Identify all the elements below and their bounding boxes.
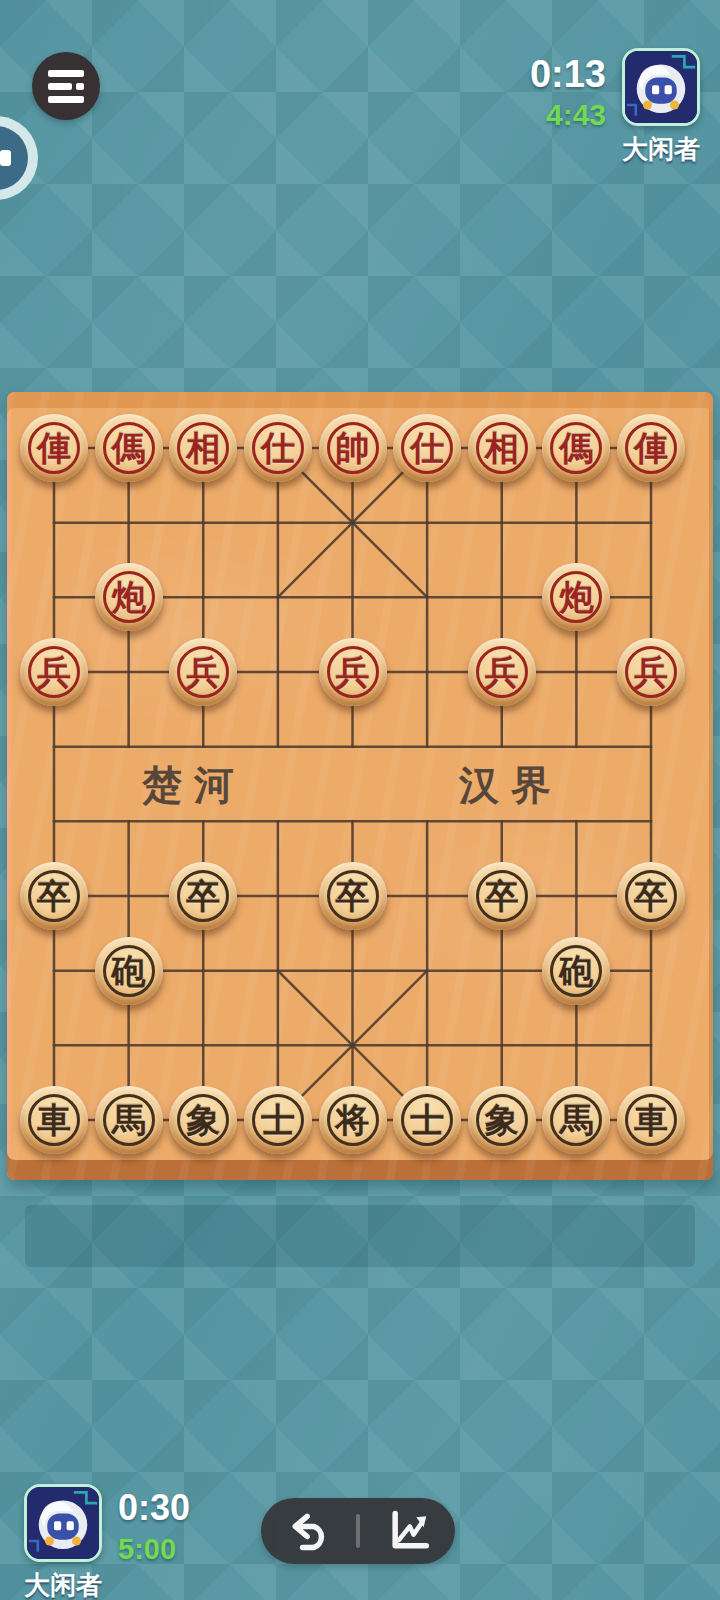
piece-red-soldier[interactable]: 兵 [20,638,88,706]
piece-glyph: 兵 [186,655,220,689]
piece-red-chariot[interactable]: 俥 [20,414,88,482]
piece-black-horse[interactable]: 馬 [542,1086,610,1154]
piece-glyph: 車 [37,1103,71,1137]
xiangqi-board[interactable]: 楚河 汉界 俥傌相仕帥仕相傌俥炮炮兵兵兵兵兵卒卒卒卒卒砲砲車馬象士将士象馬車 [7,392,713,1180]
piece-glyph: 将 [336,1103,370,1137]
menu-button[interactable] [32,52,100,120]
piece-glyph: 兵 [634,655,668,689]
piece-black-soldier[interactable]: 卒 [617,862,685,930]
robot-chat-icon [0,126,28,190]
analysis-button[interactable] [384,1507,432,1555]
piece-red-advisor[interactable]: 仕 [244,414,312,482]
piece-glyph: 卒 [37,879,71,913]
opponent-total-clock: 4:43 [530,98,606,132]
piece-red-horse[interactable]: 傌 [95,414,163,482]
opponent-move-clock: 0:13 [530,52,606,96]
piece-red-cannon[interactable]: 炮 [95,563,163,631]
controls-divider [356,1514,360,1548]
piece-glyph: 俥 [37,431,71,465]
piece-red-advisor[interactable]: 仕 [393,414,461,482]
opponent-info: 0:13 4:43 大闲者 [530,48,700,164]
piece-black-soldier[interactable]: 卒 [468,862,536,930]
piece-glyph: 傌 [112,431,146,465]
piece-black-cannon[interactable]: 砲 [95,937,163,1005]
piece-black-horse[interactable]: 馬 [95,1086,163,1154]
piece-glyph: 兵 [485,655,519,689]
piece-glyph: 馬 [559,1103,593,1137]
piece-glyph: 仕 [410,431,444,465]
piece-glyph: 相 [186,431,220,465]
river-label-left: 楚河 [142,758,246,813]
piece-glyph: 卒 [336,879,370,913]
piece-red-horse[interactable]: 傌 [542,414,610,482]
piece-red-elephant[interactable]: 相 [468,414,536,482]
piece-black-cannon[interactable]: 砲 [542,937,610,1005]
piece-glyph: 兵 [37,655,71,689]
piece-black-general[interactable]: 将 [319,1086,387,1154]
piece-glyph: 兵 [336,655,370,689]
piece-red-soldier[interactable]: 兵 [617,638,685,706]
undo-arrow-icon [287,1509,331,1553]
piece-glyph: 象 [186,1103,220,1137]
piece-glyph: 卒 [634,879,668,913]
piece-glyph: 士 [261,1103,295,1137]
player-avatar[interactable] [24,1484,102,1562]
piece-red-soldier[interactable]: 兵 [319,638,387,706]
piece-glyph: 炮 [559,580,593,614]
piece-black-elephant[interactable]: 象 [169,1086,237,1154]
piece-black-soldier[interactable]: 卒 [20,862,88,930]
board-drop-shadow [25,1205,695,1267]
piece-glyph: 砲 [559,954,593,988]
piece-black-soldier[interactable]: 卒 [319,862,387,930]
opponent-avatar[interactable] [622,48,700,126]
piece-black-chariot[interactable]: 車 [20,1086,88,1154]
game-controls [261,1498,455,1564]
piece-glyph: 砲 [112,954,146,988]
undo-button[interactable] [285,1507,333,1555]
piece-glyph: 相 [485,431,519,465]
player-move-clock: 0:30 [118,1486,190,1530]
piece-glyph: 士 [410,1103,444,1137]
piece-glyph: 車 [634,1103,668,1137]
hamburger-icon [48,70,84,103]
piece-black-soldier[interactable]: 卒 [169,862,237,930]
piece-black-advisor[interactable]: 士 [393,1086,461,1154]
piece-black-chariot[interactable]: 車 [617,1086,685,1154]
opponent-name: 大闲者 [622,134,700,164]
piece-red-soldier[interactable]: 兵 [468,638,536,706]
player-name: 大闲者 [24,1570,102,1600]
robot-avatar-icon [625,51,697,123]
piece-black-advisor[interactable]: 士 [244,1086,312,1154]
piece-red-general[interactable]: 帥 [319,414,387,482]
move-chart-icon [386,1509,430,1553]
player-total-clock: 5:00 [118,1532,190,1566]
piece-red-chariot[interactable]: 俥 [617,414,685,482]
piece-glyph: 俥 [634,431,668,465]
piece-glyph: 象 [485,1103,519,1137]
piece-glyph: 馬 [112,1103,146,1137]
piece-red-elephant[interactable]: 相 [169,414,237,482]
robot-avatar-icon [27,1487,99,1559]
player-info: 大闲者 0:30 5:00 [24,1484,190,1600]
piece-red-soldier[interactable]: 兵 [169,638,237,706]
piece-glyph: 仕 [261,431,295,465]
piece-glyph: 炮 [112,580,146,614]
piece-glyph: 帥 [336,431,370,465]
piece-glyph: 卒 [186,879,220,913]
board-grid-lines [7,392,713,1180]
piece-glyph: 卒 [485,879,519,913]
river-label-right: 汉界 [459,758,563,813]
piece-black-elephant[interactable]: 象 [468,1086,536,1154]
piece-glyph: 傌 [559,431,593,465]
